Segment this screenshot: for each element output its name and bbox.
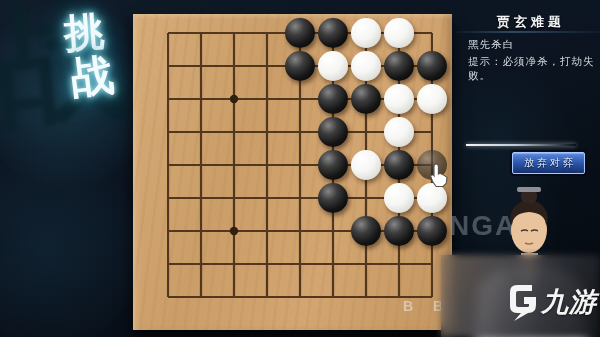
game-screen: 战 挑 战 B B 贾玄难题 黑先杀白 提示：必须净杀，打劫失败。 放弃对弈 N…: [0, 0, 600, 337]
black-stone: [318, 84, 348, 114]
smoke-decoration: [0, 0, 150, 190]
black-stone: [351, 216, 381, 246]
title-divider: [456, 31, 600, 33]
black-stone: [351, 84, 381, 114]
black-stone: [285, 51, 315, 81]
white-stone: [384, 183, 414, 213]
black-stone: [417, 216, 447, 246]
banner-char: 挑: [43, 7, 126, 56]
white-stone: [351, 18, 381, 48]
white-stone: [351, 150, 381, 180]
puzzle-task: 黑先杀白: [468, 38, 514, 52]
black-stone: [318, 18, 348, 48]
jiuyou-logo-text: 九游: [541, 284, 597, 320]
black-stone: [318, 150, 348, 180]
white-stone: [351, 51, 381, 81]
go-board[interactable]: B B: [133, 14, 452, 330]
jiuyou-logo-icon: [508, 283, 538, 321]
white-stone: [417, 84, 447, 114]
white-stone: [384, 84, 414, 114]
black-stone: [384, 51, 414, 81]
white-stone: [384, 18, 414, 48]
black-stone: [417, 51, 447, 81]
white-stone: [318, 51, 348, 81]
black-stone: [384, 150, 414, 180]
give-up-button[interactable]: 放弃对弈: [512, 152, 585, 174]
puzzle-title: 贾玄难题: [462, 13, 600, 31]
black-stone: [318, 183, 348, 213]
black-stone: [384, 216, 414, 246]
section-divider: [466, 144, 576, 146]
hand-cursor-icon: [428, 162, 450, 188]
banner-char: 战: [58, 50, 127, 101]
black-stone: [318, 117, 348, 147]
jiuyou-logo: 九游: [508, 283, 597, 321]
white-stone: [384, 117, 414, 147]
challenge-banner: 挑 战: [44, 10, 124, 98]
smoke-decoration: [0, 150, 140, 337]
black-stone: [285, 18, 315, 48]
puzzle-hint: 提示：必须净杀，打劫失败。: [468, 55, 600, 83]
